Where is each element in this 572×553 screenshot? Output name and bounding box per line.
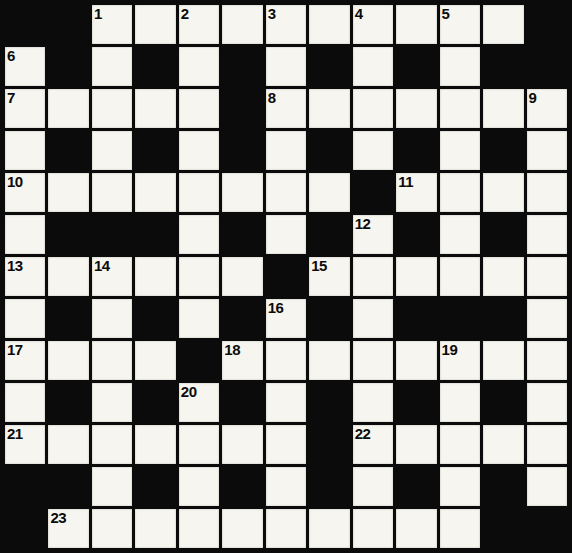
clue-number-14: 14 xyxy=(94,257,110,274)
black-cell-r2c2 xyxy=(48,47,88,86)
white-cell-r3c4[interactable] xyxy=(135,89,175,128)
white-cell-r3c11[interactable] xyxy=(440,89,480,128)
white-cell-r4c9[interactable] xyxy=(353,131,393,170)
white-cell-r13c11[interactable] xyxy=(440,509,480,548)
white-cell-r13c3[interactable] xyxy=(92,509,132,548)
white-cell-r7c12[interactable] xyxy=(483,257,523,296)
white-cell-r7c1[interactable]: 13 xyxy=(5,257,45,296)
black-cell-r10c2 xyxy=(48,383,88,422)
white-cell-r2c1[interactable]: 6 xyxy=(5,47,45,86)
white-cell-r1c5[interactable]: 2 xyxy=(179,5,219,44)
white-cell-r10c1[interactable] xyxy=(5,383,45,422)
white-cell-r10c3[interactable] xyxy=(92,383,132,422)
white-cell-r11c12[interactable] xyxy=(483,425,523,464)
white-cell-r12c7[interactable] xyxy=(266,467,306,506)
white-cell-r13c10[interactable] xyxy=(396,509,436,548)
white-cell-r11c1[interactable]: 21 xyxy=(5,425,45,464)
black-cell-r4c6 xyxy=(222,131,262,170)
white-cell-r13c6[interactable] xyxy=(222,509,262,548)
white-cell-r4c13[interactable] xyxy=(527,131,567,170)
black-cell-r13c13 xyxy=(527,509,567,548)
black-cell-r10c12 xyxy=(483,383,523,422)
white-cell-r1c6[interactable] xyxy=(222,5,262,44)
clue-number-15: 15 xyxy=(311,257,327,274)
black-cell-r8c10 xyxy=(396,299,436,338)
white-cell-r3c8[interactable] xyxy=(309,89,349,128)
white-cell-r9c9[interactable] xyxy=(353,341,393,380)
white-cell-r13c9[interactable] xyxy=(353,509,393,548)
white-cell-r10c13[interactable] xyxy=(527,383,567,422)
white-cell-r10c5[interactable]: 20 xyxy=(179,383,219,422)
black-cell-r4c2 xyxy=(48,131,88,170)
white-cell-r7c2[interactable] xyxy=(48,257,88,296)
black-cell-r13c12 xyxy=(483,509,523,548)
white-cell-r9c10[interactable] xyxy=(396,341,436,380)
white-cell-r9c8[interactable] xyxy=(309,341,349,380)
white-cell-r2c7[interactable] xyxy=(266,47,306,86)
white-cell-r9c12[interactable] xyxy=(483,341,523,380)
black-cell-r12c4 xyxy=(135,467,175,506)
white-cell-r1c3[interactable]: 1 xyxy=(92,5,132,44)
black-cell-r4c8 xyxy=(309,131,349,170)
black-cell-r8c6 xyxy=(222,299,262,338)
black-cell-r9c5 xyxy=(179,341,219,380)
white-cell-r2c5[interactable] xyxy=(179,47,219,86)
clue-number-23: 23 xyxy=(50,509,66,526)
white-cell-r5c6[interactable] xyxy=(222,173,262,212)
white-cell-r9c6[interactable]: 18 xyxy=(222,341,262,380)
white-cell-r11c5[interactable] xyxy=(179,425,219,464)
white-cell-r1c7[interactable]: 3 xyxy=(266,5,306,44)
black-cell-r10c8 xyxy=(309,383,349,422)
white-cell-r9c11[interactable]: 19 xyxy=(440,341,480,380)
clue-number-1: 1 xyxy=(94,5,102,22)
white-cell-r13c7[interactable] xyxy=(266,509,306,548)
white-cell-r12c5[interactable] xyxy=(179,467,219,506)
white-cell-r10c9[interactable] xyxy=(353,383,393,422)
black-cell-r2c12 xyxy=(483,47,523,86)
black-cell-r8c4 xyxy=(135,299,175,338)
black-cell-r12c2 xyxy=(48,467,88,506)
white-cell-r9c13[interactable] xyxy=(527,341,567,380)
white-cell-r7c9[interactable] xyxy=(353,257,393,296)
white-cell-r3c12[interactable] xyxy=(483,89,523,128)
black-cell-r4c4 xyxy=(135,131,175,170)
white-cell-r13c5[interactable] xyxy=(179,509,219,548)
black-cell-r8c11 xyxy=(440,299,480,338)
black-cell-r12c1 xyxy=(5,467,45,506)
white-cell-r8c13[interactable] xyxy=(527,299,567,338)
white-cell-r8c9[interactable] xyxy=(353,299,393,338)
white-cell-r13c2[interactable]: 23 xyxy=(48,509,88,548)
white-cell-r1c8[interactable] xyxy=(309,5,349,44)
black-cell-r2c6 xyxy=(222,47,262,86)
black-cell-r13c1 xyxy=(5,509,45,548)
black-cell-r5c9 xyxy=(353,173,393,212)
white-cell-r9c4[interactable] xyxy=(135,341,175,380)
white-cell-r3c10[interactable] xyxy=(396,89,436,128)
clue-number-21: 21 xyxy=(7,425,23,442)
black-cell-r6c3 xyxy=(92,215,132,254)
white-cell-r11c4[interactable] xyxy=(135,425,175,464)
black-cell-r7c7 xyxy=(266,257,306,296)
white-cell-r10c11[interactable] xyxy=(440,383,480,422)
clue-number-6: 6 xyxy=(7,47,15,64)
white-cell-r4c1[interactable] xyxy=(5,131,45,170)
white-cell-r5c3[interactable] xyxy=(92,173,132,212)
white-cell-r13c8[interactable] xyxy=(309,509,349,548)
black-cell-r8c8 xyxy=(309,299,349,338)
white-cell-r3c3[interactable] xyxy=(92,89,132,128)
white-cell-r1c10[interactable] xyxy=(396,5,436,44)
black-cell-r1c1 xyxy=(5,5,45,44)
white-cell-r3c13[interactable]: 9 xyxy=(527,89,567,128)
white-cell-r8c1[interactable] xyxy=(5,299,45,338)
white-cell-r11c7[interactable] xyxy=(266,425,306,464)
white-cell-r5c5[interactable] xyxy=(179,173,219,212)
clue-number-2: 2 xyxy=(181,5,189,22)
white-cell-r2c3[interactable] xyxy=(92,47,132,86)
black-cell-r2c4 xyxy=(135,47,175,86)
black-cell-r6c4 xyxy=(135,215,175,254)
white-cell-r7c8[interactable]: 15 xyxy=(309,257,349,296)
black-cell-r12c12 xyxy=(483,467,523,506)
white-cell-r12c11[interactable] xyxy=(440,467,480,506)
white-cell-r6c5[interactable] xyxy=(179,215,219,254)
white-cell-r9c1[interactable]: 17 xyxy=(5,341,45,380)
black-cell-r6c6 xyxy=(222,215,262,254)
white-cell-r5c11[interactable] xyxy=(440,173,480,212)
clue-number-22: 22 xyxy=(355,425,371,442)
white-cell-r6c7[interactable] xyxy=(266,215,306,254)
white-cell-r7c13[interactable] xyxy=(527,257,567,296)
white-cell-r5c2[interactable] xyxy=(48,173,88,212)
white-cell-r7c10[interactable] xyxy=(396,257,436,296)
white-cell-r5c7[interactable] xyxy=(266,173,306,212)
white-cell-r12c13[interactable] xyxy=(527,467,567,506)
clue-number-11: 11 xyxy=(398,173,413,190)
clue-number-20: 20 xyxy=(181,383,197,400)
black-cell-r2c10 xyxy=(396,47,436,86)
white-cell-r11c6[interactable] xyxy=(222,425,262,464)
white-cell-r2c11[interactable] xyxy=(440,47,480,86)
black-cell-r12c8 xyxy=(309,467,349,506)
white-cell-r11c9[interactable]: 22 xyxy=(353,425,393,464)
white-cell-r4c11[interactable] xyxy=(440,131,480,170)
clue-number-3: 3 xyxy=(268,5,276,22)
clue-number-17: 17 xyxy=(7,341,23,358)
clue-number-13: 13 xyxy=(7,257,23,274)
white-cell-r5c8[interactable] xyxy=(309,173,349,212)
clue-number-10: 10 xyxy=(7,173,23,190)
white-cell-r8c5[interactable] xyxy=(179,299,219,338)
white-cell-r6c1[interactable] xyxy=(5,215,45,254)
white-cell-r5c1[interactable]: 10 xyxy=(5,173,45,212)
clue-number-19: 19 xyxy=(442,341,458,358)
white-cell-r11c13[interactable] xyxy=(527,425,567,464)
white-cell-r12c3[interactable] xyxy=(92,467,132,506)
black-cell-r6c12 xyxy=(483,215,523,254)
white-cell-r2c9[interactable] xyxy=(353,47,393,86)
black-cell-r8c2 xyxy=(48,299,88,338)
crossword-board: 1234567891011121314151617181920212223 xyxy=(0,0,572,553)
white-cell-r13c4[interactable] xyxy=(135,509,175,548)
clue-number-4: 4 xyxy=(355,5,363,22)
white-cell-r5c4[interactable] xyxy=(135,173,175,212)
white-cell-r9c2[interactable] xyxy=(48,341,88,380)
white-cell-r9c3[interactable] xyxy=(92,341,132,380)
black-cell-r6c10 xyxy=(396,215,436,254)
white-cell-r8c7[interactable]: 16 xyxy=(266,299,306,338)
white-cell-r3c1[interactable]: 7 xyxy=(5,89,45,128)
black-cell-r8c12 xyxy=(483,299,523,338)
white-cell-r11c2[interactable] xyxy=(48,425,88,464)
clue-number-12: 12 xyxy=(355,215,371,232)
white-cell-r1c11[interactable]: 5 xyxy=(440,5,480,44)
white-cell-r7c11[interactable] xyxy=(440,257,480,296)
black-cell-r3c6 xyxy=(222,89,262,128)
white-cell-r8c3[interactable] xyxy=(92,299,132,338)
white-cell-r7c6[interactable] xyxy=(222,257,262,296)
white-cell-r7c3[interactable]: 14 xyxy=(92,257,132,296)
black-cell-r4c10 xyxy=(396,131,436,170)
white-cell-r4c5[interactable] xyxy=(179,131,219,170)
black-cell-r2c13 xyxy=(527,47,567,86)
white-cell-r9c7[interactable] xyxy=(266,341,306,380)
clue-number-16: 16 xyxy=(268,299,284,316)
white-cell-r5c12[interactable] xyxy=(483,173,523,212)
black-cell-r2c8 xyxy=(309,47,349,86)
black-cell-r6c2 xyxy=(48,215,88,254)
black-cell-r12c6 xyxy=(222,467,262,506)
clue-number-7: 7 xyxy=(7,89,15,106)
white-cell-r11c11[interactable] xyxy=(440,425,480,464)
black-cell-r10c4 xyxy=(135,383,175,422)
black-cell-r12c10 xyxy=(396,467,436,506)
white-cell-r3c7[interactable]: 8 xyxy=(266,89,306,128)
white-cell-r1c4[interactable] xyxy=(135,5,175,44)
white-cell-r7c4[interactable] xyxy=(135,257,175,296)
black-cell-r4c12 xyxy=(483,131,523,170)
white-cell-r12c9[interactable] xyxy=(353,467,393,506)
white-cell-r3c5[interactable] xyxy=(179,89,219,128)
black-cell-r10c6 xyxy=(222,383,262,422)
clue-number-9: 9 xyxy=(529,89,537,106)
black-cell-r6c8 xyxy=(309,215,349,254)
white-cell-r11c3[interactable] xyxy=(92,425,132,464)
white-cell-r3c2[interactable] xyxy=(48,89,88,128)
white-cell-r6c9[interactable]: 12 xyxy=(353,215,393,254)
white-cell-r7c5[interactable] xyxy=(179,257,219,296)
clue-number-5: 5 xyxy=(442,5,450,22)
white-cell-r3c9[interactable] xyxy=(353,89,393,128)
white-cell-r5c10[interactable]: 11 xyxy=(396,173,436,212)
white-cell-r4c7[interactable] xyxy=(266,131,306,170)
black-cell-r10c10 xyxy=(396,383,436,422)
white-cell-r1c9[interactable]: 4 xyxy=(353,5,393,44)
white-cell-r6c11[interactable] xyxy=(440,215,480,254)
white-cell-r1c12[interactable] xyxy=(483,5,523,44)
black-cell-r11c8 xyxy=(309,425,349,464)
white-cell-r10c7[interactable] xyxy=(266,383,306,422)
white-cell-r11c10[interactable] xyxy=(396,425,436,464)
black-cell-r1c2 xyxy=(48,5,88,44)
clue-number-18: 18 xyxy=(224,341,240,358)
white-cell-r6c13[interactable] xyxy=(527,215,567,254)
white-cell-r4c3[interactable] xyxy=(92,131,132,170)
clue-number-8: 8 xyxy=(268,89,276,106)
black-cell-r1c13 xyxy=(527,5,567,44)
white-cell-r5c13[interactable] xyxy=(527,173,567,212)
